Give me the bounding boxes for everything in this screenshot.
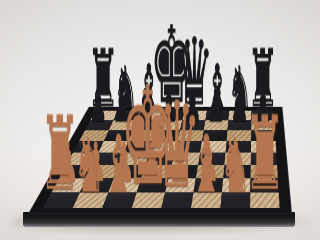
piece-white-rook-h1[interactable]: ♜ xyxy=(244,102,286,204)
square-f1[interactable]: ♝ xyxy=(191,192,222,207)
board-scene: ♜♞♝♚♛♝♞♜♟♟♟♟♟♟♟♟♟♟♟♟♟♟♟♟♜♞♝♚♛♝♞♜ xyxy=(0,0,320,240)
square-e1[interactable]: ♛ xyxy=(161,192,193,207)
piece-white-knight-b1[interactable]: ♞ xyxy=(74,128,105,204)
chess-board: ♜♞♝♚♛♝♞♜♟♟♟♟♟♟♟♟♟♟♟♟♟♟♟♟♜♞♝♚♛♝♞♜ xyxy=(28,107,292,214)
photo-stage: ♜♞♝♚♛♝♞♜♟♟♟♟♟♟♟♟♟♟♟♟♟♟♟♟♜♞♝♚♛♝♞♜ xyxy=(0,0,320,240)
piece-white-bishop-f1[interactable]: ♝ xyxy=(190,125,222,204)
square-h1[interactable]: ♜ xyxy=(250,192,280,207)
